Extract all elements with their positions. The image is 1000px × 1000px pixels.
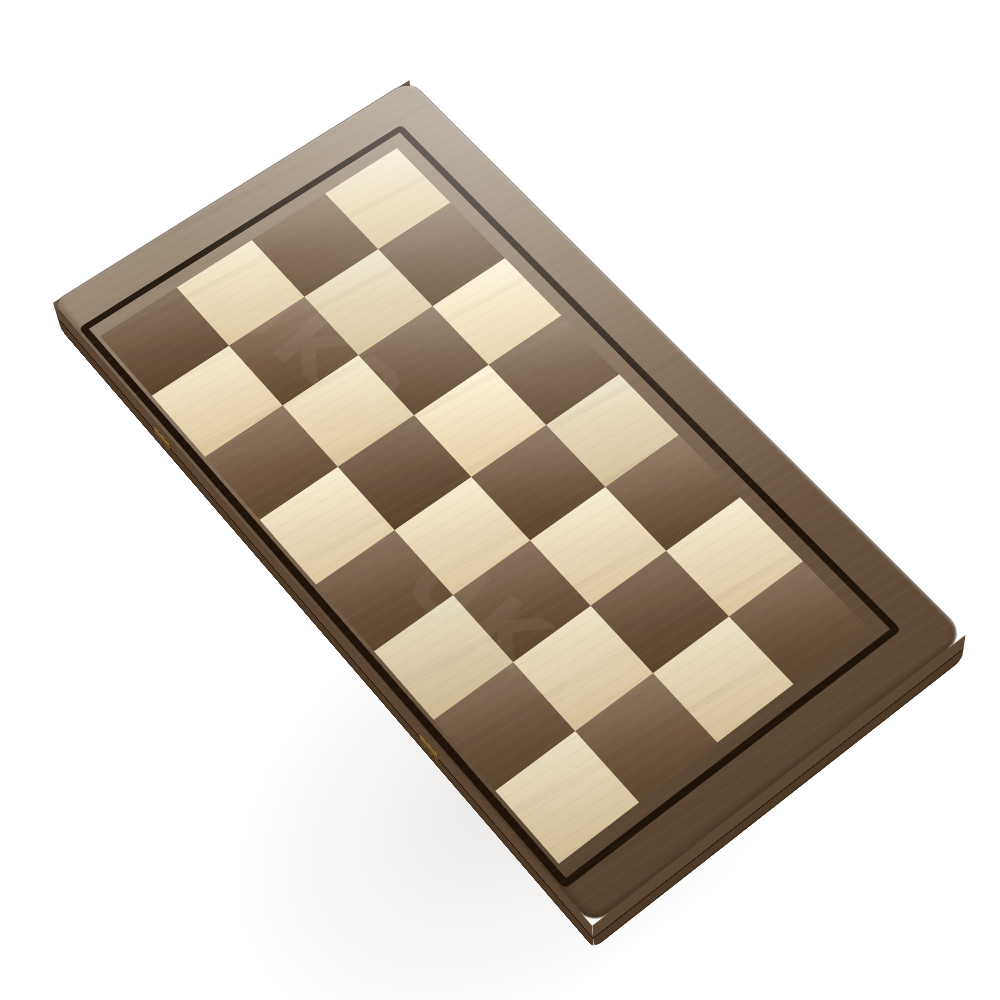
chess-box: UKR UKR bbox=[53, 80, 965, 925]
box-lid-top: UKR UKR bbox=[53, 80, 965, 925]
perspective-stage: UKR UKR bbox=[0, 0, 1000, 1000]
product-photo-scene: UKR UKR bbox=[0, 0, 1000, 1000]
